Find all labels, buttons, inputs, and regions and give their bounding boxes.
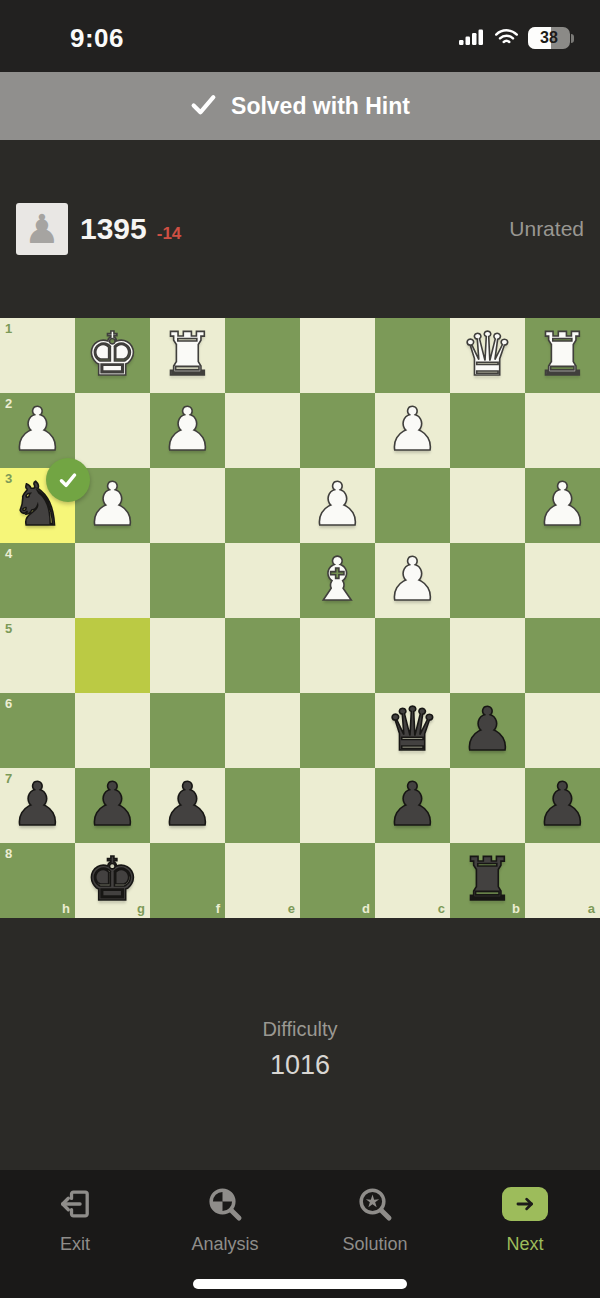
square-h6[interactable]: 6: [0, 693, 75, 768]
piece-white-king: ♚: [75, 318, 150, 393]
square-b2[interactable]: [450, 393, 525, 468]
status-bar: 9:06 38: [0, 0, 600, 72]
piece-black-pawn: ♟: [450, 693, 525, 768]
square-d2[interactable]: [300, 393, 375, 468]
square-g4[interactable]: [75, 543, 150, 618]
square-d5[interactable]: [300, 618, 375, 693]
square-c5[interactable]: [375, 618, 450, 693]
difficulty-panel: Difficulty 1016: [0, 918, 600, 1170]
square-f1[interactable]: ♜: [150, 318, 225, 393]
square-b3[interactable]: [450, 468, 525, 543]
battery-percent: 38: [528, 27, 570, 49]
square-b7[interactable]: [450, 768, 525, 843]
file-label-h: h: [62, 902, 70, 915]
piece-white-pawn: ♟: [150, 393, 225, 468]
square-g7[interactable]: ♟: [75, 768, 150, 843]
piece-white-rook: ♜: [150, 318, 225, 393]
square-e5[interactable]: [225, 618, 300, 693]
square-e3[interactable]: [225, 468, 300, 543]
pawn-icon: ♟: [24, 209, 60, 249]
square-d7[interactable]: [300, 768, 375, 843]
square-f8[interactable]: f: [150, 843, 225, 918]
nav-item-exit[interactable]: Exit: [0, 1183, 150, 1255]
square-d8[interactable]: d: [300, 843, 375, 918]
piece-white-pawn: ♟: [525, 468, 600, 543]
next-arrow-icon: [512, 1191, 538, 1217]
square-h1[interactable]: 1: [0, 318, 75, 393]
square-b5[interactable]: [450, 618, 525, 693]
square-g2[interactable]: [75, 393, 150, 468]
home-indicator[interactable]: [193, 1279, 407, 1289]
banner-label: Solved with Hint: [231, 93, 410, 120]
square-c4[interactable]: ♟: [375, 543, 450, 618]
square-e6[interactable]: [225, 693, 300, 768]
piece-white-pawn: ♟: [300, 468, 375, 543]
square-c3[interactable]: [375, 468, 450, 543]
square-f4[interactable]: [150, 543, 225, 618]
square-c1[interactable]: [375, 318, 450, 393]
piece-white-bishop: ♝: [300, 543, 375, 618]
square-e4[interactable]: [225, 543, 300, 618]
exit-icon: [56, 1183, 94, 1225]
square-d4[interactable]: ♝: [300, 543, 375, 618]
difficulty-label: Difficulty: [0, 1018, 600, 1041]
avatar: ♟: [16, 203, 68, 255]
square-e1[interactable]: [225, 318, 300, 393]
square-h7[interactable]: 7♟: [0, 768, 75, 843]
square-g5[interactable]: [75, 618, 150, 693]
battery-indicator: 38: [528, 27, 574, 49]
square-c6[interactable]: ♛: [375, 693, 450, 768]
piece-black-king: ♚: [75, 843, 150, 918]
square-f6[interactable]: [150, 693, 225, 768]
rank-label-8: 8: [5, 847, 12, 860]
square-f7[interactable]: ♟: [150, 768, 225, 843]
square-b1[interactable]: ♛: [450, 318, 525, 393]
correct-move-badge: [46, 458, 90, 502]
square-f5[interactable]: [150, 618, 225, 693]
square-d1[interactable]: [300, 318, 375, 393]
nav-label-analysis: Analysis: [191, 1234, 258, 1255]
analysis-icon: [205, 1183, 245, 1225]
square-h5[interactable]: 5: [0, 618, 75, 693]
solved-banner: Solved with Hint: [0, 72, 600, 140]
wifi-icon: [494, 27, 519, 49]
square-a4[interactable]: [525, 543, 600, 618]
next-button[interactable]: [502, 1187, 548, 1221]
square-f3[interactable]: [150, 468, 225, 543]
square-h2[interactable]: 2♟: [0, 393, 75, 468]
square-b8[interactable]: b♜: [450, 843, 525, 918]
square-c2[interactable]: ♟: [375, 393, 450, 468]
nav-item-solution[interactable]: Solution: [300, 1183, 450, 1255]
piece-black-queen: ♛: [375, 693, 450, 768]
square-a8[interactable]: a: [525, 843, 600, 918]
square-e8[interactable]: e: [225, 843, 300, 918]
square-h8[interactable]: 8h: [0, 843, 75, 918]
square-g6[interactable]: [75, 693, 150, 768]
square-c7[interactable]: ♟: [375, 768, 450, 843]
square-g8[interactable]: g♚: [75, 843, 150, 918]
piece-black-pawn: ♟: [150, 768, 225, 843]
square-b4[interactable]: [450, 543, 525, 618]
nav-label-solution: Solution: [342, 1234, 407, 1255]
piece-black-rook: ♜: [450, 843, 525, 918]
piece-white-rook: ♜: [525, 318, 600, 393]
nav-item-next[interactable]: Next: [450, 1183, 600, 1255]
square-c8[interactable]: c: [375, 843, 450, 918]
file-label-e: e: [288, 902, 295, 915]
square-b6[interactable]: ♟: [450, 693, 525, 768]
rated-status: Unrated: [509, 217, 584, 241]
square-a5[interactable]: [525, 618, 600, 693]
square-d6[interactable]: [300, 693, 375, 768]
square-h4[interactable]: 4: [0, 543, 75, 618]
file-label-f: f: [216, 902, 220, 915]
square-e2[interactable]: [225, 393, 300, 468]
square-a2[interactable]: [525, 393, 600, 468]
nav-label-exit: Exit: [60, 1234, 90, 1255]
nav-item-analysis[interactable]: Analysis: [150, 1183, 300, 1255]
check-icon: [190, 91, 217, 122]
square-a1[interactable]: ♜: [525, 318, 600, 393]
chess-board: 1♚♜♛♜2♟♟♟3♞♟♟♟4♝♟56♛♟7♟♟♟♟♟8hg♚fedcb♜a: [0, 318, 600, 918]
bottom-nav: Exit Analysis Solution: [0, 1170, 600, 1298]
cellular-signal-icon: [459, 27, 485, 49]
piece-white-pawn: ♟: [375, 393, 450, 468]
rating-value: 1395: [80, 212, 147, 246]
square-f2[interactable]: ♟: [150, 393, 225, 468]
piece-black-pawn: ♟: [525, 768, 600, 843]
status-icons: 38: [459, 27, 574, 49]
rank-label-1: 1: [5, 322, 12, 335]
piece-white-pawn: ♟: [375, 543, 450, 618]
piece-black-pawn: ♟: [75, 768, 150, 843]
piece-white-queen: ♛: [450, 318, 525, 393]
rank-label-5: 5: [5, 622, 12, 635]
rank-label-4: 4: [5, 547, 12, 560]
rank-label-6: 6: [5, 697, 12, 710]
file-label-d: d: [362, 902, 370, 915]
difficulty-value: 1016: [0, 1050, 600, 1081]
square-g1[interactable]: ♚: [75, 318, 150, 393]
solution-icon: [355, 1183, 395, 1225]
piece-white-pawn: ♟: [0, 393, 75, 468]
piece-black-pawn: ♟: [0, 768, 75, 843]
square-a7[interactable]: ♟: [525, 768, 600, 843]
nav-label-next: Next: [506, 1234, 543, 1255]
clock-time: 9:06: [70, 23, 124, 54]
square-a6[interactable]: [525, 693, 600, 768]
rating-delta: -14: [157, 224, 182, 244]
square-e7[interactable]: [225, 768, 300, 843]
check-icon: [58, 470, 78, 490]
player-bar: ♟ 1395 -14 Unrated: [0, 140, 600, 318]
file-label-a: a: [588, 902, 595, 915]
square-d3[interactable]: ♟: [300, 468, 375, 543]
square-a3[interactable]: ♟: [525, 468, 600, 543]
file-label-c: c: [438, 902, 445, 915]
piece-black-pawn: ♟: [375, 768, 450, 843]
